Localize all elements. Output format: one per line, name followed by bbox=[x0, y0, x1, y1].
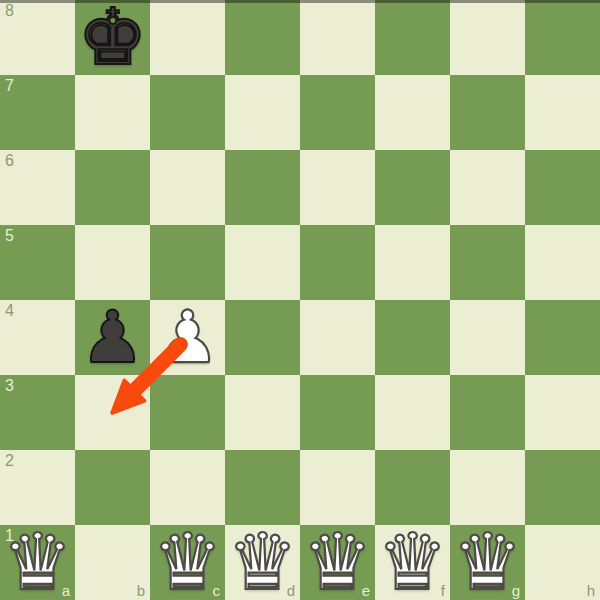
square-h5[interactable] bbox=[525, 225, 600, 300]
square-a2[interactable]: 2 bbox=[0, 450, 75, 525]
square-b8[interactable]: ♚ bbox=[75, 0, 150, 75]
rank-label-7: 7 bbox=[5, 77, 14, 95]
square-a5[interactable]: 5 bbox=[0, 225, 75, 300]
square-f2[interactable] bbox=[375, 450, 450, 525]
piece-black-king[interactable]: ♚ bbox=[75, 0, 150, 75]
rank-label-3: 3 bbox=[5, 377, 14, 395]
square-d2[interactable] bbox=[225, 450, 300, 525]
square-e2[interactable] bbox=[300, 450, 375, 525]
square-f6[interactable] bbox=[375, 150, 450, 225]
file-label-b: b bbox=[137, 582, 145, 599]
rank-label-5: 5 bbox=[5, 227, 14, 245]
square-g5[interactable] bbox=[450, 225, 525, 300]
square-b2[interactable] bbox=[75, 450, 150, 525]
piece-white-queen[interactable]: ♛ bbox=[0, 525, 75, 600]
square-d6[interactable] bbox=[225, 150, 300, 225]
square-d8[interactable] bbox=[225, 0, 300, 75]
square-d7[interactable] bbox=[225, 75, 300, 150]
piece-white-queen[interactable]: ♛ bbox=[375, 525, 450, 600]
square-f5[interactable] bbox=[375, 225, 450, 300]
square-a8[interactable]: 8 bbox=[0, 0, 75, 75]
square-f3[interactable] bbox=[375, 375, 450, 450]
square-d5[interactable] bbox=[225, 225, 300, 300]
file-label-h: h bbox=[587, 582, 595, 599]
square-c8[interactable] bbox=[150, 0, 225, 75]
square-d1[interactable]: d♛ bbox=[225, 525, 300, 600]
square-g4[interactable] bbox=[450, 300, 525, 375]
square-a6[interactable]: 6 bbox=[0, 150, 75, 225]
square-e1[interactable]: e♛ bbox=[300, 525, 375, 600]
square-h2[interactable] bbox=[525, 450, 600, 525]
square-c3[interactable] bbox=[150, 375, 225, 450]
square-h6[interactable] bbox=[525, 150, 600, 225]
square-h1[interactable]: h bbox=[525, 525, 600, 600]
chess-board: 8♚7654♟♟321a♛bc♛d♛e♛f♛g♛h bbox=[0, 0, 600, 600]
chess-app-screenshot: 8♚7654♟♟321a♛bc♛d♛e♛f♛g♛h bbox=[0, 0, 600, 600]
piece-white-queen[interactable]: ♛ bbox=[150, 525, 225, 600]
square-e4[interactable] bbox=[300, 300, 375, 375]
square-d4[interactable] bbox=[225, 300, 300, 375]
square-b4[interactable]: ♟ bbox=[75, 300, 150, 375]
rank-label-8: 8 bbox=[5, 2, 14, 20]
square-g8[interactable] bbox=[450, 0, 525, 75]
square-a1[interactable]: 1a♛ bbox=[0, 525, 75, 600]
square-e8[interactable] bbox=[300, 0, 375, 75]
square-c4[interactable]: ♟ bbox=[150, 300, 225, 375]
square-h7[interactable] bbox=[525, 75, 600, 150]
square-e6[interactable] bbox=[300, 150, 375, 225]
square-c2[interactable] bbox=[150, 450, 225, 525]
rank-label-6: 6 bbox=[5, 152, 14, 170]
piece-white-queen[interactable]: ♛ bbox=[300, 525, 375, 600]
square-g2[interactable] bbox=[450, 450, 525, 525]
square-b6[interactable] bbox=[75, 150, 150, 225]
square-c7[interactable] bbox=[150, 75, 225, 150]
square-b7[interactable] bbox=[75, 75, 150, 150]
square-f8[interactable] bbox=[375, 0, 450, 75]
square-e3[interactable] bbox=[300, 375, 375, 450]
square-d3[interactable] bbox=[225, 375, 300, 450]
rank-label-4: 4 bbox=[5, 302, 14, 320]
square-f7[interactable] bbox=[375, 75, 450, 150]
square-a7[interactable]: 7 bbox=[0, 75, 75, 150]
square-h4[interactable] bbox=[525, 300, 600, 375]
piece-white-queen[interactable]: ♛ bbox=[450, 525, 525, 600]
square-c5[interactable] bbox=[150, 225, 225, 300]
rank-label-2: 2 bbox=[5, 452, 14, 470]
square-c6[interactable] bbox=[150, 150, 225, 225]
square-g3[interactable] bbox=[450, 375, 525, 450]
square-g6[interactable] bbox=[450, 150, 525, 225]
square-b1[interactable]: b bbox=[75, 525, 150, 600]
square-b5[interactable] bbox=[75, 225, 150, 300]
piece-white-queen[interactable]: ♛ bbox=[225, 525, 300, 600]
square-f4[interactable] bbox=[375, 300, 450, 375]
square-e5[interactable] bbox=[300, 225, 375, 300]
square-e7[interactable] bbox=[300, 75, 375, 150]
square-c1[interactable]: c♛ bbox=[150, 525, 225, 600]
square-a4[interactable]: 4 bbox=[0, 300, 75, 375]
piece-black-pawn[interactable]: ♟ bbox=[75, 300, 150, 375]
square-b3[interactable] bbox=[75, 375, 150, 450]
square-a3[interactable]: 3 bbox=[0, 375, 75, 450]
square-g7[interactable] bbox=[450, 75, 525, 150]
square-g1[interactable]: g♛ bbox=[450, 525, 525, 600]
square-h8[interactable] bbox=[525, 0, 600, 75]
piece-white-pawn[interactable]: ♟ bbox=[150, 300, 225, 375]
square-h3[interactable] bbox=[525, 375, 600, 450]
square-f1[interactable]: f♛ bbox=[375, 525, 450, 600]
